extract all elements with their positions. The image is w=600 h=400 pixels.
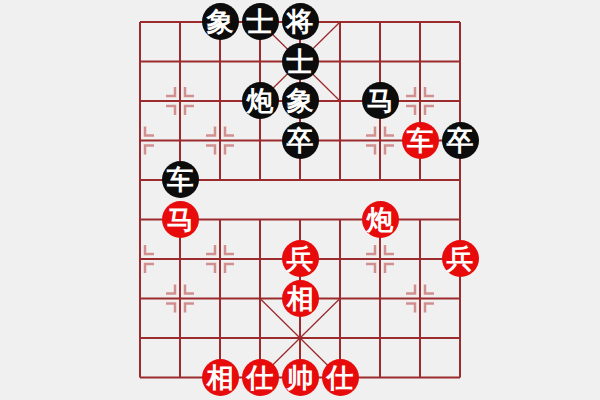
piece-black-horse[interactable]: 马 xyxy=(362,82,399,119)
xiangqi-board[interactable]: 象士将士炮象马卒车卒车马炮兵兵相相仕帅仕 xyxy=(120,2,480,397)
board-point: 卒 xyxy=(280,121,320,161)
board-point: 炮 xyxy=(360,200,400,240)
board-point: 仕 xyxy=(240,358,280,398)
piece-black-elephant[interactable]: 象 xyxy=(202,3,239,40)
piece-red-chariot[interactable]: 车 xyxy=(402,122,439,159)
board-point: 象 xyxy=(280,81,320,121)
piece-red-cannon[interactable]: 炮 xyxy=(362,201,399,238)
piece-black-advisor[interactable]: 士 xyxy=(242,3,279,40)
piece-black-general[interactable]: 将 xyxy=(282,3,319,40)
piece-red-advisor[interactable]: 仕 xyxy=(322,359,359,396)
board-point: 仕 xyxy=(320,358,360,398)
piece-black-cannon[interactable]: 炮 xyxy=(242,82,279,119)
board-point: 士 xyxy=(280,42,320,82)
board-point: 车 xyxy=(400,121,440,161)
piece-red-soldier[interactable]: 兵 xyxy=(442,240,479,277)
board-point: 将 xyxy=(280,2,320,42)
piece-red-horse[interactable]: 马 xyxy=(162,201,199,238)
board-point: 相 xyxy=(200,358,240,398)
board-point: 相 xyxy=(280,279,320,319)
board-point: 帅 xyxy=(280,358,320,398)
piece-black-elephant[interactable]: 象 xyxy=(282,82,319,119)
board-point: 炮 xyxy=(240,81,280,121)
board-point: 士 xyxy=(240,2,280,42)
piece-black-chariot[interactable]: 车 xyxy=(162,161,199,198)
board-point: 马 xyxy=(160,200,200,240)
board-point: 兵 xyxy=(440,239,480,279)
piece-red-general[interactable]: 帅 xyxy=(282,359,319,396)
board-point: 兵 xyxy=(280,239,320,279)
xiangqi-diagram: 象士将士炮象马卒车卒车马炮兵兵相相仕帅仕 xyxy=(0,0,600,400)
piece-red-elephant[interactable]: 相 xyxy=(202,359,239,396)
pieces-layer: 象士将士炮象马卒车卒车马炮兵兵相相仕帅仕 xyxy=(120,2,480,397)
board-point: 马 xyxy=(360,81,400,121)
piece-red-elephant[interactable]: 相 xyxy=(282,280,319,317)
board-point: 车 xyxy=(160,160,200,200)
piece-black-soldier[interactable]: 卒 xyxy=(442,122,479,159)
board-point: 象 xyxy=(200,2,240,42)
piece-black-advisor[interactable]: 士 xyxy=(282,43,319,80)
piece-black-soldier[interactable]: 卒 xyxy=(282,122,319,159)
piece-red-advisor[interactable]: 仕 xyxy=(242,359,279,396)
board-point: 卒 xyxy=(440,121,480,161)
piece-red-soldier[interactable]: 兵 xyxy=(282,240,319,277)
